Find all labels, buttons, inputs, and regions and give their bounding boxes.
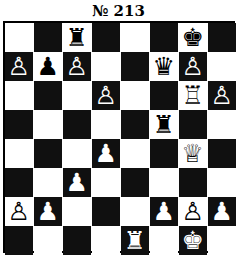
- square-h7[interactable]: [208, 52, 237, 81]
- square-g8[interactable]: ♚: [179, 23, 208, 52]
- square-a7[interactable]: ♙: [5, 52, 34, 81]
- square-g2[interactable]: ♙: [179, 197, 208, 226]
- square-e7[interactable]: [121, 52, 150, 81]
- square-b4[interactable]: [34, 139, 63, 168]
- square-c3[interactable]: ♟: [63, 168, 92, 197]
- square-h8[interactable]: [208, 23, 237, 52]
- square-h3[interactable]: [208, 168, 237, 197]
- black-pawn-icon: ♙: [182, 54, 204, 79]
- white-rook-icon: ♖: [182, 83, 204, 108]
- square-g4[interactable]: ♕: [179, 139, 208, 168]
- white-pawn-icon: ♙: [182, 199, 204, 224]
- square-e6[interactable]: [121, 81, 150, 110]
- square-a8[interactable]: [5, 23, 34, 52]
- black-pawn-icon: ♟: [37, 54, 59, 79]
- square-h4[interactable]: [208, 139, 237, 168]
- square-f2[interactable]: ♟: [150, 197, 179, 226]
- square-c2[interactable]: [63, 197, 92, 226]
- square-e3[interactable]: [121, 168, 150, 197]
- square-e1[interactable]: ♜: [121, 226, 150, 255]
- chess-board: ♜♚♙♟♙♛♙♙♖♙♜♟♕♟♙♟♟♙♟♜♚: [3, 21, 235, 253]
- square-f4[interactable]: [150, 139, 179, 168]
- white-rook-icon: ♜: [124, 228, 146, 253]
- square-d5[interactable]: [92, 110, 121, 139]
- square-f8[interactable]: [150, 23, 179, 52]
- square-d6[interactable]: ♙: [92, 81, 121, 110]
- square-d7[interactable]: [92, 52, 121, 81]
- white-pawn-icon: ♟: [66, 170, 88, 195]
- square-a2[interactable]: ♙: [5, 197, 34, 226]
- square-h2[interactable]: ♟: [208, 197, 237, 226]
- square-a5[interactable]: [5, 110, 34, 139]
- square-h5[interactable]: [208, 110, 237, 139]
- square-a1[interactable]: [5, 226, 34, 255]
- square-b3[interactable]: [34, 168, 63, 197]
- square-d8[interactable]: [92, 23, 121, 52]
- square-c4[interactable]: [63, 139, 92, 168]
- black-rook-icon: ♜: [66, 25, 88, 50]
- square-f5[interactable]: ♜: [150, 110, 179, 139]
- square-e4[interactable]: [121, 139, 150, 168]
- square-d2[interactable]: [92, 197, 121, 226]
- square-e8[interactable]: [121, 23, 150, 52]
- square-c1[interactable]: [63, 226, 92, 255]
- square-e2[interactable]: [121, 197, 150, 226]
- square-g5[interactable]: [179, 110, 208, 139]
- white-pawn-icon: ♟: [153, 199, 175, 224]
- white-pawn-icon: ♟: [37, 199, 59, 224]
- square-b2[interactable]: ♟: [34, 197, 63, 226]
- square-g1[interactable]: ♚: [179, 226, 208, 255]
- black-pawn-icon: ♙: [8, 54, 30, 79]
- square-f3[interactable]: [150, 168, 179, 197]
- square-g6[interactable]: ♖: [179, 81, 208, 110]
- square-d4[interactable]: ♟: [92, 139, 121, 168]
- black-king-icon: ♚: [182, 25, 204, 50]
- square-b1[interactable]: [34, 226, 63, 255]
- white-king-icon: ♚: [182, 228, 204, 253]
- square-d1[interactable]: [92, 226, 121, 255]
- square-b8[interactable]: [34, 23, 63, 52]
- white-pawn-icon: ♙: [8, 199, 30, 224]
- square-b5[interactable]: [34, 110, 63, 139]
- square-a3[interactable]: [5, 168, 34, 197]
- black-rook-icon: ♜: [153, 112, 175, 137]
- square-g3[interactable]: [179, 168, 208, 197]
- square-c5[interactable]: [63, 110, 92, 139]
- square-c8[interactable]: ♜: [63, 23, 92, 52]
- square-a6[interactable]: [5, 81, 34, 110]
- black-pawn-icon: ♙: [66, 54, 88, 79]
- black-pawn-icon: ♙: [211, 83, 233, 108]
- square-d3[interactable]: [92, 168, 121, 197]
- square-c6[interactable]: [63, 81, 92, 110]
- square-h6[interactable]: ♙: [208, 81, 237, 110]
- square-b7[interactable]: ♟: [34, 52, 63, 81]
- square-f6[interactable]: [150, 81, 179, 110]
- white-queen-icon: ♕: [182, 141, 204, 166]
- white-pawn-icon: ♟: [211, 199, 233, 224]
- white-pawn-icon: ♟: [95, 141, 117, 166]
- square-b6[interactable]: [34, 81, 63, 110]
- black-queen-icon: ♛: [153, 54, 175, 79]
- puzzle-number-title: № 213: [0, 0, 237, 21]
- square-f1[interactable]: [150, 226, 179, 255]
- square-a4[interactable]: [5, 139, 34, 168]
- black-pawn-icon: ♙: [95, 83, 117, 108]
- square-g7[interactable]: ♙: [179, 52, 208, 81]
- square-f7[interactable]: ♛: [150, 52, 179, 81]
- square-h1[interactable]: [208, 226, 237, 255]
- square-c7[interactable]: ♙: [63, 52, 92, 81]
- square-e5[interactable]: [121, 110, 150, 139]
